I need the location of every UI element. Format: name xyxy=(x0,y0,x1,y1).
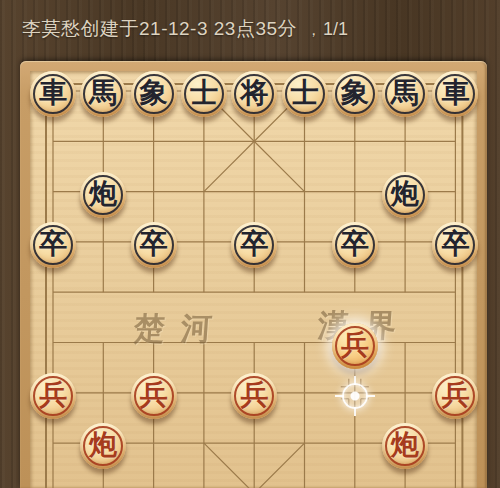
piece-label: 兵 xyxy=(441,381,469,409)
piece-black-elephant-left[interactable]: 象 xyxy=(131,71,177,117)
piece-black-soldier-2[interactable]: 卒 xyxy=(131,222,177,268)
piece-black-cannon-left[interactable]: 炮 xyxy=(80,172,126,218)
piece-label: 象 xyxy=(140,79,168,107)
move-origin-marker xyxy=(335,376,375,416)
piece-label: 卒 xyxy=(441,230,469,258)
piece-label: 象 xyxy=(341,79,369,107)
piece-black-general[interactable]: 将 xyxy=(231,71,277,117)
piece-label: 卒 xyxy=(140,230,168,258)
piece-black-horse-left[interactable]: 馬 xyxy=(80,71,126,117)
piece-label: 車 xyxy=(39,79,67,107)
piece-label: 炮 xyxy=(391,431,419,459)
river-label-left: 楚河 xyxy=(133,308,230,350)
piece-red-soldier-advanced[interactable]: 兵 xyxy=(332,323,378,369)
xiangqi-board[interactable]: 楚河 漢界 車馬象士将士象馬車炮炮卒卒卒卒卒兵兵兵兵兵炮炮 xyxy=(30,71,477,488)
piece-black-chariot-left[interactable]: 車 xyxy=(30,71,76,117)
piece-black-horse-right[interactable]: 馬 xyxy=(382,71,428,117)
piece-label: 炮 xyxy=(89,431,117,459)
piece-label: 将 xyxy=(240,79,268,107)
piece-label: 馬 xyxy=(391,79,419,107)
piece-red-soldier-3[interactable]: 兵 xyxy=(231,373,277,419)
piece-label: 馬 xyxy=(89,79,117,107)
piece-red-cannon-right[interactable]: 炮 xyxy=(382,423,428,469)
piece-label: 士 xyxy=(291,79,319,107)
piece-black-elephant-right[interactable]: 象 xyxy=(332,71,378,117)
piece-label: 兵 xyxy=(341,331,369,359)
game-header: 李莫愁创建于21-12-3 23点35分 ， 1/1 xyxy=(22,16,348,46)
piece-label: 兵 xyxy=(240,381,268,409)
piece-black-advisor-right[interactable]: 士 xyxy=(282,71,328,117)
header-separator: ， xyxy=(306,21,321,40)
piece-red-soldier-2[interactable]: 兵 xyxy=(131,373,177,419)
piece-red-soldier-1[interactable]: 兵 xyxy=(30,373,76,419)
page-indicator: 1/1 xyxy=(323,19,348,40)
piece-label: 卒 xyxy=(341,230,369,258)
piece-label: 炮 xyxy=(391,180,419,208)
piece-label: 卒 xyxy=(39,230,67,258)
piece-black-soldier-4[interactable]: 卒 xyxy=(332,222,378,268)
piece-black-advisor-left[interactable]: 士 xyxy=(181,71,227,117)
piece-black-soldier-1[interactable]: 卒 xyxy=(30,222,76,268)
piece-label: 兵 xyxy=(140,381,168,409)
piece-black-soldier-3[interactable]: 卒 xyxy=(231,222,277,268)
piece-label: 士 xyxy=(190,79,218,107)
piece-label: 兵 xyxy=(39,381,67,409)
piece-label: 炮 xyxy=(89,180,117,208)
piece-label: 車 xyxy=(441,79,469,107)
piece-black-soldier-5[interactable]: 卒 xyxy=(432,222,478,268)
piece-red-soldier-5[interactable]: 兵 xyxy=(432,373,478,419)
piece-label: 卒 xyxy=(240,230,268,258)
board-frame: 楚河 漢界 車馬象士将士象馬車炮炮卒卒卒卒卒兵兵兵兵兵炮炮 xyxy=(20,61,487,488)
crosshair-vertical-icon xyxy=(354,376,356,416)
game-title: 李莫愁创建于21-12-3 23点35分 xyxy=(22,16,297,42)
piece-black-cannon-right[interactable]: 炮 xyxy=(382,172,428,218)
